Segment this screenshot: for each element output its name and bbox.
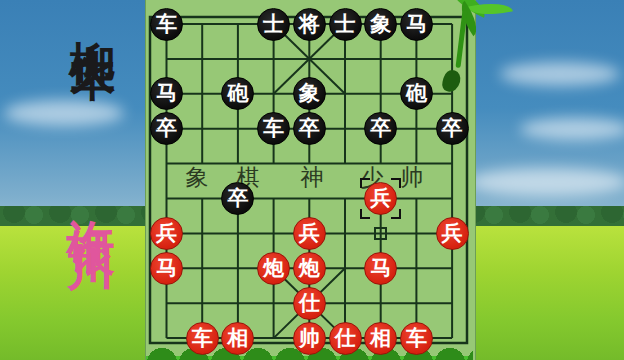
piece-black-soldier: 卒 <box>436 112 469 145</box>
piece-black-soldier: 卒 <box>150 112 183 145</box>
piece-black-chariot: 车 <box>150 8 183 41</box>
piece-black-advisor: 士 <box>257 8 290 41</box>
player-name-top: 柳大华 <box>70 3 116 27</box>
river-watermark-char: 象 <box>184 165 210 191</box>
piece-black-elephant: 象 <box>364 8 397 41</box>
piece-red-soldier: 兵 <box>150 217 183 250</box>
piece-red-advisor: 仕 <box>293 287 326 320</box>
last-move-from-marker <box>374 227 387 240</box>
piece-red-chariot: 车 <box>400 322 433 355</box>
piece-red-elephant: 相 <box>221 322 254 355</box>
piece-red-soldier: 兵 <box>293 217 326 250</box>
piece-black-horse: 马 <box>400 8 433 41</box>
piece-red-elephant: 相 <box>364 322 397 355</box>
cloud <box>4 100 124 126</box>
river-watermark-char: 帅 <box>399 165 425 191</box>
piece-red-chariot: 车 <box>186 322 219 355</box>
piece-red-general: 帅 <box>293 322 326 355</box>
cloud <box>468 168 624 196</box>
piece-red-soldier: 兵 <box>436 217 469 250</box>
piece-black-soldier: 卒 <box>293 112 326 145</box>
piece-red-advisor: 仕 <box>329 322 362 355</box>
piece-red-horse: 马 <box>364 252 397 285</box>
video-frame: 柳大华 许银川 象 棋 神 少 帅 车士将士象马马砲象砲卒车卒卒卒卒兵兵兵兵马炮… <box>0 0 624 360</box>
player-name-bottom: 许银川 <box>67 180 115 216</box>
piece-black-general: 将 <box>293 8 326 41</box>
cloud <box>520 118 624 140</box>
piece-black-advisor: 士 <box>329 8 362 41</box>
piece-red-cannon: 炮 <box>257 252 290 285</box>
piece-red-soldier: 兵 <box>364 182 397 215</box>
river-watermark-char: 神 <box>299 165 325 191</box>
cloud <box>500 62 620 86</box>
piece-black-elephant: 象 <box>293 77 326 110</box>
piece-red-cannon: 炮 <box>293 252 326 285</box>
piece-black-cannon: 砲 <box>400 77 433 110</box>
piece-red-horse: 马 <box>150 252 183 285</box>
